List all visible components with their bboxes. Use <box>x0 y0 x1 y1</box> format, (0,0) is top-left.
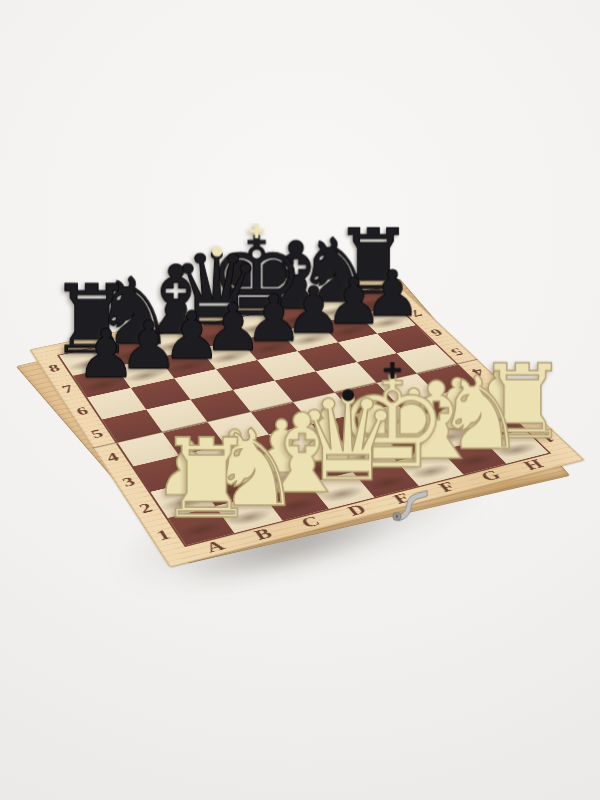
piece-black-pawn-a7: ♟ <box>32 321 180 388</box>
backdrop: ♜♞♝♛♚♝♞♜♟♟♟♟♟♟♟♟♟♟♟♟♟♟♟♟♜♞♝♛♚♝♞♜ ABCDEFG… <box>0 0 600 800</box>
scene-3d: ♜♞♝♛♚♝♞♜♟♟♟♟♟♟♟♟♟♟♟♟♟♟♟♟♜♞♝♛♚♝♞♜ ABCDEFG… <box>0 0 600 800</box>
piece-white-rook-a1: ♜ <box>123 424 291 534</box>
square-a7: ♟ <box>73 367 131 397</box>
latch-hook-icon <box>386 485 436 530</box>
